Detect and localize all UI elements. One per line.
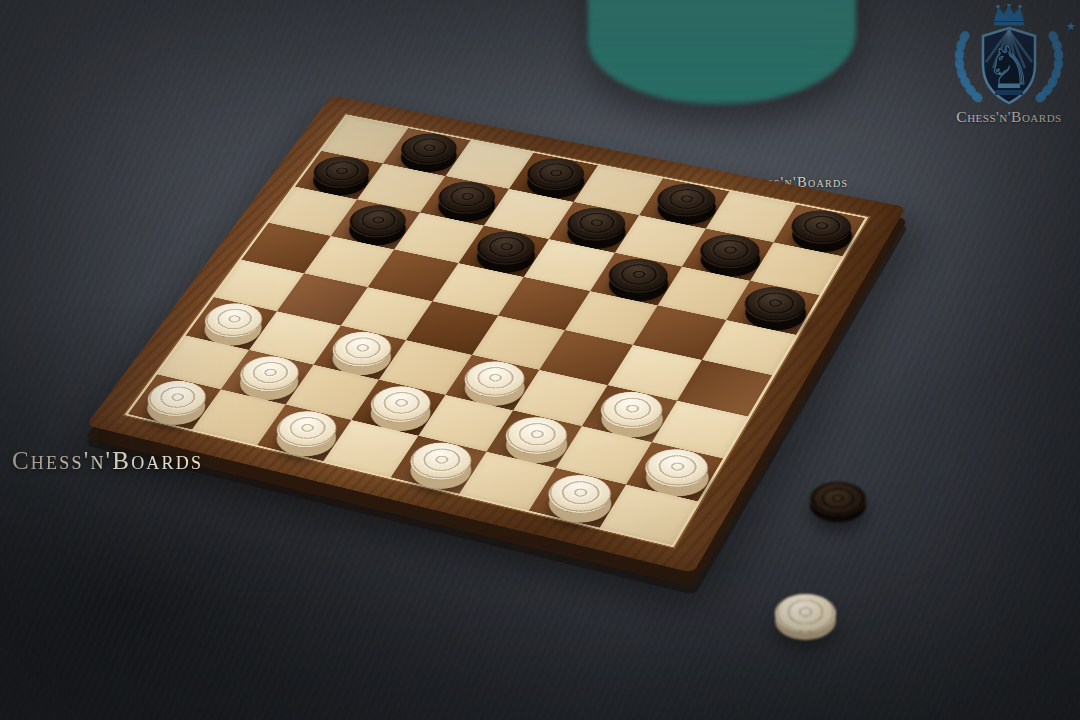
board-grid <box>128 116 865 545</box>
laurel-right-icon <box>1040 34 1059 98</box>
spare-light-piece <box>775 594 836 633</box>
crown-icon <box>994 4 1024 26</box>
storage-box <box>588 0 856 104</box>
checker-dark-piece <box>649 180 723 221</box>
checker-dark-piece <box>784 206 859 248</box>
board-frame <box>86 95 906 573</box>
logo-emblem: ★ ♞ <box>938 4 1080 108</box>
product-photo-scene: ★ ♞ Chess'n'Boards Chess'n'Boards Chess'… <box>0 0 1080 720</box>
star-icon: ★ <box>1066 20 1076 33</box>
spare-dark-piece <box>810 482 866 516</box>
checkers-board <box>86 95 906 573</box>
watermark-text-large: Chess'n'Boards <box>12 447 203 475</box>
logo-brand-text: Chess'n'Boards <box>938 108 1080 126</box>
brand-logo: ★ ♞ Chess'n'Boards <box>938 4 1080 136</box>
laurel-left-icon <box>959 34 978 98</box>
